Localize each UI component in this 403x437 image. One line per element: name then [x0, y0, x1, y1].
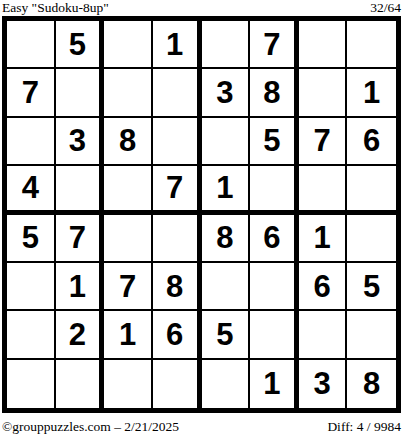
cell-r6c7[interactable]: 6	[299, 263, 348, 311]
cell-r6c3[interactable]: 7	[104, 263, 153, 311]
cell-r4c5[interactable]: 1	[202, 166, 251, 214]
cell-r7c4[interactable]: 6	[153, 311, 202, 359]
cell-r2c8[interactable]: 1	[347, 69, 396, 117]
cell-r6c1[interactable]	[7, 263, 56, 311]
cell-r4c2[interactable]	[56, 166, 105, 214]
cell-r5c3[interactable]	[104, 215, 153, 263]
cell-r3c4[interactable]	[153, 118, 202, 166]
cell-r6c5[interactable]	[202, 263, 251, 311]
cell-r3c7[interactable]: 7	[299, 118, 348, 166]
page-number: 32/64	[370, 0, 401, 16]
sudoku-board: 51773813857647157861178652165138	[2, 16, 401, 413]
cell-r5c6[interactable]: 6	[250, 215, 299, 263]
cell-r4c4[interactable]: 7	[153, 166, 202, 214]
cell-r2c3[interactable]	[104, 69, 153, 117]
cell-r2c4[interactable]	[153, 69, 202, 117]
cell-r5c5[interactable]: 8	[202, 215, 251, 263]
cell-r5c4[interactable]	[153, 215, 202, 263]
cell-r2c6[interactable]: 8	[250, 69, 299, 117]
cell-r1c1[interactable]	[7, 21, 56, 69]
cell-r3c8[interactable]: 6	[347, 118, 396, 166]
cell-r5c1[interactable]: 5	[7, 215, 56, 263]
cell-r6c8[interactable]: 5	[347, 263, 396, 311]
cell-r5c8[interactable]	[347, 215, 396, 263]
cell-r7c7[interactable]	[299, 311, 348, 359]
cell-r4c8[interactable]	[347, 166, 396, 214]
puzzle-title: Easy "Sudoku-8up"	[2, 0, 109, 16]
cell-r3c3[interactable]: 8	[104, 118, 153, 166]
cell-r8c4[interactable]	[153, 360, 202, 408]
cell-r1c3[interactable]	[104, 21, 153, 69]
cell-r7c5[interactable]: 5	[202, 311, 251, 359]
cell-r4c6[interactable]	[250, 166, 299, 214]
cell-r7c8[interactable]	[347, 311, 396, 359]
cell-r5c2[interactable]: 7	[56, 215, 105, 263]
cell-r6c4[interactable]: 8	[153, 263, 202, 311]
cell-r4c1[interactable]: 4	[7, 166, 56, 214]
cell-r8c8[interactable]: 8	[347, 360, 396, 408]
cell-r1c2[interactable]: 5	[56, 21, 105, 69]
cell-r1c7[interactable]	[299, 21, 348, 69]
cell-r3c6[interactable]: 5	[250, 118, 299, 166]
cell-r4c3[interactable]	[104, 166, 153, 214]
copyright-text: ©grouppuzzles.com – 2/21/2025	[2, 419, 179, 435]
cell-r7c6[interactable]	[250, 311, 299, 359]
cell-r6c2[interactable]: 1	[56, 263, 105, 311]
difficulty-text: Diff: 4 / 9984	[327, 419, 401, 435]
cell-r3c1[interactable]	[7, 118, 56, 166]
cell-r8c7[interactable]: 3	[299, 360, 348, 408]
cell-r8c2[interactable]	[56, 360, 105, 408]
cell-r2c5[interactable]: 3	[202, 69, 251, 117]
cell-r3c5[interactable]	[202, 118, 251, 166]
cell-r2c1[interactable]: 7	[7, 69, 56, 117]
cell-r7c2[interactable]: 2	[56, 311, 105, 359]
cell-r7c1[interactable]	[7, 311, 56, 359]
cell-r3c2[interactable]: 3	[56, 118, 105, 166]
cell-r1c6[interactable]: 7	[250, 21, 299, 69]
cell-r1c8[interactable]	[347, 21, 396, 69]
cell-r8c6[interactable]: 1	[250, 360, 299, 408]
cell-r1c5[interactable]	[202, 21, 251, 69]
cell-r7c3[interactable]: 1	[104, 311, 153, 359]
cell-r8c1[interactable]	[7, 360, 56, 408]
cell-r2c2[interactable]	[56, 69, 105, 117]
cell-r8c5[interactable]	[202, 360, 251, 408]
puzzle-page: Easy "Sudoku-8up" 32/64 5177381385764715…	[0, 0, 403, 437]
cell-r8c3[interactable]	[104, 360, 153, 408]
cell-r4c7[interactable]	[299, 166, 348, 214]
cell-r1c4[interactable]: 1	[153, 21, 202, 69]
cell-r2c7[interactable]	[299, 69, 348, 117]
cell-r5c7[interactable]: 1	[299, 215, 348, 263]
cell-r6c6[interactable]	[250, 263, 299, 311]
